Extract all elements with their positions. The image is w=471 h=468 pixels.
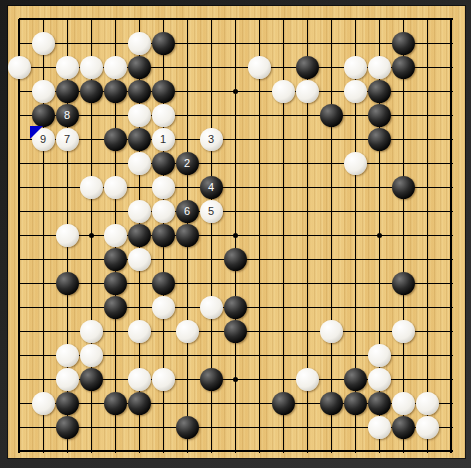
grid-line-vertical <box>259 19 260 453</box>
black-stone[interactable] <box>392 32 415 55</box>
move-number-label: 3 <box>208 134 214 145</box>
black-stone[interactable] <box>104 272 127 295</box>
black-stone[interactable] <box>392 416 415 439</box>
move-number-label: 6 <box>184 206 190 217</box>
white-stone[interactable] <box>200 296 223 319</box>
black-stone[interactable] <box>128 80 151 103</box>
black-stone[interactable] <box>368 128 391 151</box>
grid-line-horizontal <box>19 43 453 44</box>
black-stone[interactable] <box>104 296 127 319</box>
move-number-label: 1 <box>160 134 166 145</box>
white-stone[interactable] <box>272 80 295 103</box>
white-stone[interactable] <box>152 176 175 199</box>
white-stone[interactable] <box>80 176 103 199</box>
star-point <box>233 233 238 238</box>
grid-line-horizontal <box>19 18 453 20</box>
grid-line-vertical <box>450 19 452 453</box>
black-stone[interactable]: 4 <box>200 176 223 199</box>
white-stone[interactable] <box>176 320 199 343</box>
black-stone[interactable]: 2 <box>176 152 199 175</box>
move-number-label: 2 <box>184 158 190 169</box>
grid-line-vertical <box>403 19 404 453</box>
black-stone[interactable] <box>128 392 151 415</box>
white-stone[interactable] <box>344 152 367 175</box>
white-stone[interactable] <box>392 320 415 343</box>
black-stone[interactable] <box>224 248 247 271</box>
black-stone[interactable] <box>152 80 175 103</box>
black-stone[interactable] <box>176 224 199 247</box>
black-stone[interactable] <box>32 104 55 127</box>
black-stone[interactable]: 8 <box>56 104 79 127</box>
move-number-label: 8 <box>64 110 70 121</box>
white-stone[interactable] <box>56 224 79 247</box>
black-stone[interactable] <box>344 368 367 391</box>
white-stone[interactable] <box>128 248 151 271</box>
black-stone[interactable] <box>128 56 151 79</box>
black-stone[interactable] <box>272 392 295 415</box>
white-stone[interactable] <box>296 368 319 391</box>
white-stone[interactable] <box>128 320 151 343</box>
white-stone[interactable] <box>248 56 271 79</box>
star-point <box>233 377 238 382</box>
black-stone[interactable] <box>56 416 79 439</box>
white-stone[interactable] <box>80 56 103 79</box>
black-stone[interactable] <box>392 176 415 199</box>
black-stone[interactable] <box>152 224 175 247</box>
black-stone[interactable] <box>200 368 223 391</box>
move-number-label: 7 <box>64 134 70 145</box>
white-stone[interactable]: 5 <box>200 200 223 223</box>
white-stone[interactable] <box>344 80 367 103</box>
black-stone[interactable] <box>152 272 175 295</box>
white-stone[interactable] <box>32 80 55 103</box>
white-stone[interactable] <box>368 56 391 79</box>
white-stone[interactable]: 7 <box>56 128 79 151</box>
grid-line-vertical <box>331 19 332 453</box>
grid-line-vertical <box>427 19 428 453</box>
black-stone[interactable] <box>392 272 415 295</box>
white-stone[interactable]: 3 <box>200 128 223 151</box>
white-stone[interactable] <box>152 368 175 391</box>
black-stone[interactable] <box>152 152 175 175</box>
black-stone[interactable] <box>128 128 151 151</box>
black-stone[interactable] <box>344 392 367 415</box>
black-stone[interactable] <box>56 272 79 295</box>
star-point <box>233 89 238 94</box>
move-number-label: 4 <box>208 182 214 193</box>
black-stone[interactable]: 6 <box>176 200 199 223</box>
grid-line-horizontal <box>19 163 453 164</box>
white-stone[interactable] <box>32 392 55 415</box>
black-stone[interactable] <box>296 56 319 79</box>
black-stone[interactable] <box>128 224 151 247</box>
white-stone[interactable] <box>368 344 391 367</box>
app-window: 897132465 <box>0 0 471 468</box>
white-stone[interactable] <box>296 80 319 103</box>
black-stone[interactable] <box>152 32 175 55</box>
black-stone[interactable] <box>224 296 247 319</box>
white-stone[interactable] <box>368 416 391 439</box>
white-stone[interactable] <box>8 56 31 79</box>
white-stone[interactable] <box>128 200 151 223</box>
white-stone[interactable] <box>128 104 151 127</box>
grid-line-horizontal <box>19 211 453 212</box>
white-stone[interactable] <box>56 344 79 367</box>
white-stone[interactable] <box>80 320 103 343</box>
star-point <box>89 233 94 238</box>
black-stone[interactable] <box>104 128 127 151</box>
white-stone[interactable] <box>320 320 343 343</box>
black-stone[interactable] <box>104 80 127 103</box>
black-stone[interactable] <box>104 392 127 415</box>
black-stone[interactable] <box>368 104 391 127</box>
white-stone[interactable] <box>128 368 151 391</box>
white-stone[interactable] <box>392 392 415 415</box>
grid-line-horizontal <box>19 450 453 452</box>
white-stone[interactable]: 1 <box>152 128 175 151</box>
white-stone[interactable] <box>152 104 175 127</box>
black-stone[interactable] <box>392 56 415 79</box>
white-stone[interactable] <box>104 224 127 247</box>
white-stone[interactable] <box>32 32 55 55</box>
white-stone[interactable] <box>104 176 127 199</box>
white-stone[interactable] <box>80 344 103 367</box>
grid-line-vertical <box>18 19 20 453</box>
white-stone[interactable] <box>152 200 175 223</box>
go-board[interactable]: 897132465 <box>8 6 465 458</box>
black-stone[interactable] <box>104 248 127 271</box>
white-stone[interactable] <box>128 32 151 55</box>
black-stone[interactable] <box>56 392 79 415</box>
black-stone[interactable] <box>368 80 391 103</box>
white-stone[interactable] <box>368 368 391 391</box>
black-stone[interactable] <box>80 80 103 103</box>
white-stone[interactable] <box>152 296 175 319</box>
white-stone[interactable] <box>416 392 439 415</box>
black-stone[interactable] <box>56 80 79 103</box>
black-stone[interactable] <box>320 104 343 127</box>
black-stone[interactable] <box>368 392 391 415</box>
white-stone[interactable] <box>344 56 367 79</box>
white-stone[interactable] <box>56 368 79 391</box>
grid-line-horizontal <box>19 283 453 284</box>
black-stone[interactable] <box>176 416 199 439</box>
white-stone[interactable] <box>416 416 439 439</box>
black-stone[interactable] <box>320 392 343 415</box>
white-stone[interactable] <box>56 56 79 79</box>
move-number-label: 5 <box>208 206 214 217</box>
black-stone[interactable] <box>224 320 247 343</box>
white-stone[interactable] <box>128 152 151 175</box>
star-point <box>377 233 382 238</box>
white-stone[interactable] <box>104 56 127 79</box>
blue-triangle-marker <box>30 126 43 139</box>
black-stone[interactable] <box>80 368 103 391</box>
